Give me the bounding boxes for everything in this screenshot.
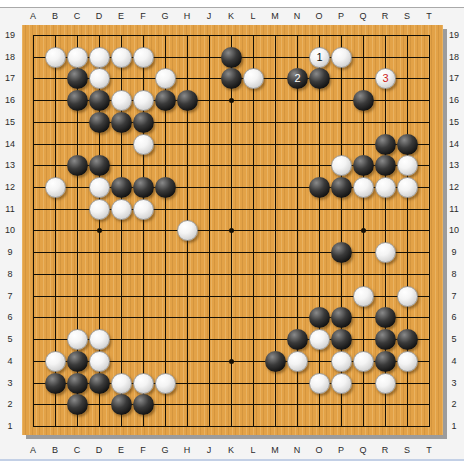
coord-label: M xyxy=(267,10,283,22)
coord-label: A xyxy=(25,10,41,22)
stone-white-S13[interactable] xyxy=(397,155,418,176)
coord-label: 11 xyxy=(446,203,462,215)
stone-white-D12[interactable] xyxy=(89,177,110,198)
stone-white-S4[interactable] xyxy=(397,351,418,372)
grid-line-horizontal xyxy=(33,252,430,253)
stone-black-C3[interactable] xyxy=(67,373,88,394)
coord-label: 13 xyxy=(446,159,462,171)
move-number-label: 3 xyxy=(382,73,388,84)
coord-label: 12 xyxy=(446,181,462,193)
stone-black-H16[interactable] xyxy=(177,90,198,111)
coord-label: 16 xyxy=(1,94,19,106)
coord-label: 19 xyxy=(1,29,19,41)
coord-label: 11 xyxy=(1,203,19,215)
stone-white-O5[interactable] xyxy=(309,329,330,350)
stone-black-M4[interactable] xyxy=(265,351,286,372)
coord-label: K xyxy=(223,10,239,22)
star-point-D10 xyxy=(97,228,102,233)
stone-white-E18[interactable] xyxy=(111,47,132,68)
stone-white-O3[interactable] xyxy=(309,373,330,394)
stone-black-F12[interactable] xyxy=(133,177,154,198)
stone-black-Q13[interactable] xyxy=(353,155,374,176)
coord-label: 12 xyxy=(1,181,19,193)
stone-white-S12[interactable] xyxy=(397,177,418,198)
coord-label: 15 xyxy=(446,116,462,128)
window-top-edge xyxy=(0,0,464,8)
star-point-K16 xyxy=(229,98,234,103)
stone-black-E15[interactable] xyxy=(111,112,132,133)
coord-label: G xyxy=(157,444,173,456)
stone-black-R6[interactable] xyxy=(375,307,396,328)
stone-white-R12[interactable] xyxy=(375,177,396,198)
stone-black-G16[interactable] xyxy=(155,90,176,111)
coord-label: D xyxy=(91,444,107,456)
coord-label: 7 xyxy=(1,290,19,302)
grid-line-horizontal xyxy=(33,426,430,427)
coord-label: S xyxy=(399,444,415,456)
stone-white-P13[interactable] xyxy=(331,155,352,176)
coord-label: H xyxy=(179,444,195,456)
coord-label: D xyxy=(91,10,107,22)
stone-white-D17[interactable] xyxy=(89,68,110,89)
coord-label: Q xyxy=(355,444,371,456)
stone-white-Q4[interactable] xyxy=(353,351,374,372)
move-number-label: 2 xyxy=(294,73,300,84)
coord-label: 14 xyxy=(446,138,462,150)
coord-label: 4 xyxy=(1,355,19,367)
coord-label: 9 xyxy=(1,246,19,258)
star-point-K4 xyxy=(229,359,234,364)
stone-white-E16[interactable] xyxy=(111,90,132,111)
stone-black-O12[interactable] xyxy=(309,177,330,198)
stone-white-S7[interactable] xyxy=(397,286,418,307)
coord-label: 7 xyxy=(446,290,462,302)
coord-label: 17 xyxy=(1,72,19,84)
stone-white-Q12[interactable] xyxy=(353,177,374,198)
coord-label: 9 xyxy=(446,246,462,258)
coord-label: O xyxy=(311,444,327,456)
stone-white-P18[interactable] xyxy=(331,47,352,68)
coord-label: 8 xyxy=(446,268,462,280)
stone-black-C4[interactable] xyxy=(67,351,88,372)
stone-white-E11[interactable] xyxy=(111,199,132,220)
stone-white-B12[interactable] xyxy=(45,177,66,198)
coord-label: 13 xyxy=(1,159,19,171)
stone-white-G17[interactable] xyxy=(155,68,176,89)
coord-label: 1 xyxy=(1,420,19,432)
coord-label: T xyxy=(421,444,437,456)
coord-label: C xyxy=(69,444,85,456)
stone-black-G12[interactable] xyxy=(155,177,176,198)
stone-black-O6[interactable] xyxy=(309,307,330,328)
coord-label: 10 xyxy=(446,224,462,236)
star-point-K10 xyxy=(229,228,234,233)
grid-line-horizontal xyxy=(33,317,430,318)
coord-label: Q xyxy=(355,10,371,22)
stone-white-L17[interactable] xyxy=(243,68,264,89)
stone-black-R13[interactable] xyxy=(375,155,396,176)
coord-label: 4 xyxy=(446,355,462,367)
coord-label: E xyxy=(113,10,129,22)
coord-label: P xyxy=(333,10,349,22)
stone-white-Q7[interactable] xyxy=(353,286,374,307)
coord-label: 3 xyxy=(1,377,19,389)
stone-black-P5[interactable] xyxy=(331,329,352,350)
coord-label: 6 xyxy=(1,311,19,323)
stone-black-P9[interactable] xyxy=(331,242,352,263)
stone-white-D5[interactable] xyxy=(89,329,110,350)
coord-label: T xyxy=(421,10,437,22)
grid-line-horizontal xyxy=(33,144,430,145)
stone-black-O17[interactable] xyxy=(309,68,330,89)
coord-label: G xyxy=(157,10,173,22)
stone-black-R5[interactable] xyxy=(375,329,396,350)
stone-white-O18[interactable]: 1 xyxy=(309,47,330,68)
coord-label: C xyxy=(69,10,85,22)
stone-white-F16[interactable] xyxy=(133,90,154,111)
stone-white-D18[interactable] xyxy=(89,47,110,68)
stone-black-C16[interactable] xyxy=(67,90,88,111)
coord-label: 18 xyxy=(446,51,462,63)
coord-label: 15 xyxy=(1,116,19,128)
coord-label: J xyxy=(201,444,217,456)
coord-label: S xyxy=(399,10,415,22)
coord-label: F xyxy=(135,10,151,22)
stone-white-C5[interactable] xyxy=(67,329,88,350)
coord-label: R xyxy=(377,444,393,456)
stone-black-R14[interactable] xyxy=(375,134,396,155)
stone-white-D4[interactable] xyxy=(89,351,110,372)
stone-black-E12[interactable] xyxy=(111,177,132,198)
coord-label: 8 xyxy=(1,268,19,280)
coord-label: F xyxy=(135,444,151,456)
stone-white-C18[interactable] xyxy=(67,47,88,68)
coord-label: E xyxy=(113,444,129,456)
coord-label: 5 xyxy=(1,333,19,345)
stone-black-N17[interactable]: 2 xyxy=(287,68,308,89)
coord-label: 10 xyxy=(1,224,19,236)
coord-label: N xyxy=(289,444,305,456)
stone-white-F14[interactable] xyxy=(133,134,154,155)
stone-black-R4[interactable] xyxy=(375,351,396,372)
go-board[interactable]: 123 xyxy=(22,25,443,435)
coord-label: 6 xyxy=(446,311,462,323)
stone-white-F3[interactable] xyxy=(133,373,154,394)
coord-label: 19 xyxy=(446,29,462,41)
stone-white-H10[interactable] xyxy=(177,220,198,241)
stone-white-P4[interactable] xyxy=(331,351,352,372)
stone-black-K17[interactable] xyxy=(221,68,242,89)
stone-white-G3[interactable] xyxy=(155,373,176,394)
stone-white-N4[interactable] xyxy=(287,351,308,372)
grid-line-horizontal xyxy=(33,35,430,36)
stone-black-N5[interactable] xyxy=(287,329,308,350)
coord-label: B xyxy=(47,10,63,22)
go-viewer-window: ABCDEFGHJKLMNOPQRST ABCDEFGHJKLMNOPQRST … xyxy=(0,0,464,467)
coord-label: 17 xyxy=(446,72,462,84)
stone-black-E2[interactable] xyxy=(111,394,132,415)
coord-label: 16 xyxy=(446,94,462,106)
coord-label: J xyxy=(201,10,217,22)
coord-label: 5 xyxy=(446,333,462,345)
coord-label: B xyxy=(47,444,63,456)
stone-black-C13[interactable] xyxy=(67,155,88,176)
stone-black-B3[interactable] xyxy=(45,373,66,394)
coord-label: O xyxy=(311,10,327,22)
coord-label: 18 xyxy=(1,51,19,63)
stone-black-K18[interactable] xyxy=(221,47,242,68)
stone-white-P3[interactable] xyxy=(331,373,352,394)
coord-label: 1 xyxy=(446,420,462,432)
stone-white-F11[interactable] xyxy=(133,199,154,220)
coord-label: N xyxy=(289,10,305,22)
coord-label: A xyxy=(25,444,41,456)
stone-white-F18[interactable] xyxy=(133,47,154,68)
stone-white-B4[interactable] xyxy=(45,351,66,372)
window-bottom-margin xyxy=(0,461,464,467)
stone-black-P12[interactable] xyxy=(331,177,352,198)
stone-white-E3[interactable] xyxy=(111,373,132,394)
stone-black-C17[interactable] xyxy=(67,68,88,89)
stone-white-R3[interactable] xyxy=(375,373,396,394)
coord-label: L xyxy=(245,444,261,456)
coord-label: H xyxy=(179,10,195,22)
star-point-Q10 xyxy=(361,228,366,233)
stone-black-D3[interactable] xyxy=(89,373,110,394)
stone-black-D16[interactable] xyxy=(89,90,110,111)
stone-black-P6[interactable] xyxy=(331,307,352,328)
stone-black-F15[interactable] xyxy=(133,112,154,133)
stone-black-Q16[interactable] xyxy=(353,90,374,111)
stone-white-B18[interactable] xyxy=(45,47,66,68)
coord-label: K xyxy=(223,444,239,456)
coord-label: 3 xyxy=(446,377,462,389)
stone-black-S5[interactable] xyxy=(397,329,418,350)
stone-white-R9[interactable] xyxy=(375,242,396,263)
stone-black-C2[interactable] xyxy=(67,394,88,415)
coord-label: M xyxy=(267,444,283,456)
stone-white-D11[interactable] xyxy=(89,199,110,220)
coord-label: R xyxy=(377,10,393,22)
grid-line-horizontal xyxy=(33,404,430,405)
coord-label: 14 xyxy=(1,138,19,150)
coord-label: L xyxy=(245,10,261,22)
coord-label: 2 xyxy=(1,398,19,410)
stone-black-D13[interactable] xyxy=(89,155,110,176)
grid-line-horizontal xyxy=(33,274,430,275)
coord-label: 2 xyxy=(446,398,462,410)
stone-white-R17[interactable]: 3 xyxy=(375,68,396,89)
stone-black-S14[interactable] xyxy=(397,134,418,155)
coord-label: P xyxy=(333,444,349,456)
stone-black-D15[interactable] xyxy=(89,112,110,133)
move-number-label: 1 xyxy=(316,52,322,63)
stone-black-F2[interactable] xyxy=(133,394,154,415)
